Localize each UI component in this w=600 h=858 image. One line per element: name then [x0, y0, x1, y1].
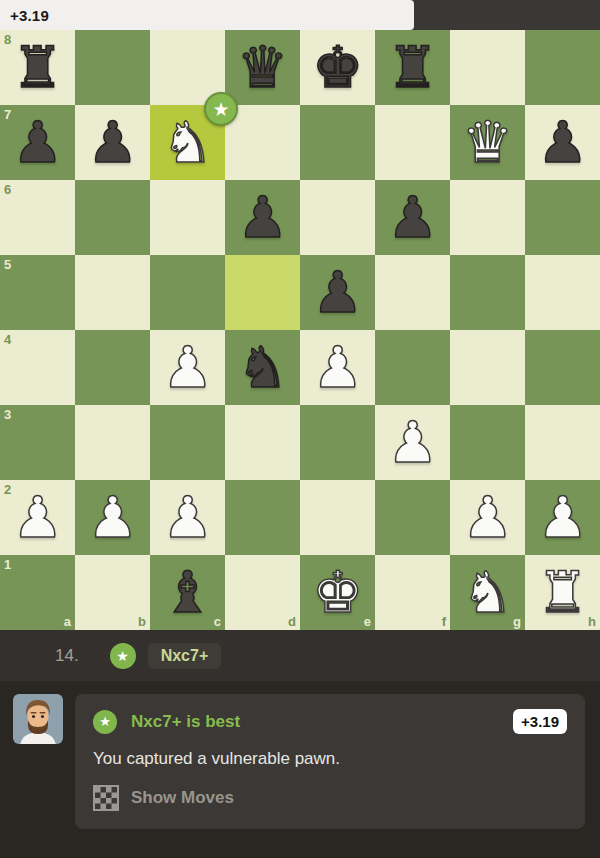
square-c4[interactable]: ♟ [150, 330, 225, 405]
analysis-comment-text: You captured a vulnerable pawn. [93, 749, 567, 769]
square-d1[interactable]: d [225, 555, 300, 630]
best-move-star-badge: ★ [204, 92, 238, 126]
evaluation-bar-white-fill: +3.19 [0, 0, 414, 30]
black-pawn-a7: ♟ [12, 105, 63, 180]
square-e7[interactable] [300, 105, 375, 180]
white-pawn-e4: ♟ [312, 330, 363, 405]
analysis-card-header: ★ Nxc7+ is best +3.19 [93, 709, 567, 734]
square-f3[interactable]: ♟ [375, 405, 450, 480]
white-king-e1: ♚ [312, 555, 363, 630]
user-avatar[interactable] [13, 694, 63, 744]
square-h3[interactable] [525, 405, 600, 480]
rank-label-5: 5 [4, 258, 11, 271]
evaluation-score: +3.19 [0, 7, 49, 24]
rank-label-7: 7 [4, 108, 11, 121]
square-f5[interactable] [375, 255, 450, 330]
black-pawn-e5: ♟ [312, 255, 363, 330]
square-d5[interactable] [225, 255, 300, 330]
best-move-star-icon: ★ [93, 710, 117, 734]
square-b5[interactable] [75, 255, 150, 330]
square-g3[interactable] [450, 405, 525, 480]
show-moves-button[interactable]: Show Moves [93, 785, 234, 811]
square-a4[interactable]: 4 [0, 330, 75, 405]
square-c6[interactable] [150, 180, 225, 255]
square-b6[interactable] [75, 180, 150, 255]
move-number: 14. [55, 646, 79, 666]
evaluation-bar: +3.19 [0, 0, 600, 30]
black-pawn-h7: ♟ [537, 105, 588, 180]
file-label-d: d [288, 615, 296, 628]
square-f1[interactable]: f [375, 555, 450, 630]
square-d6[interactable]: ♟ [225, 180, 300, 255]
black-pawn-f6: ♟ [387, 180, 438, 255]
square-a8[interactable]: 8♜ [0, 30, 75, 105]
square-d4[interactable]: ♞ [225, 330, 300, 405]
black-rook-a8: ♜ [12, 30, 63, 105]
black-knight-d4: ♞ [237, 330, 288, 405]
square-f8[interactable]: ♜ [375, 30, 450, 105]
file-label-b: b [138, 615, 146, 628]
square-c5[interactable] [150, 255, 225, 330]
white-pawn-h2: ♟ [537, 480, 588, 555]
white-pawn-a2: ♟ [12, 480, 63, 555]
analysis-title: Nxc7+ is best [131, 712, 240, 732]
square-g5[interactable] [450, 255, 525, 330]
black-pawn-d6: ♟ [237, 180, 288, 255]
rank-label-2: 2 [4, 483, 11, 496]
square-b7[interactable]: ♟ [75, 105, 150, 180]
square-g2[interactable]: ♟ [450, 480, 525, 555]
square-a1[interactable]: 1a [0, 555, 75, 630]
evaluation-badge: +3.19 [513, 709, 567, 734]
white-rook-h1: ♜ [537, 555, 588, 630]
square-h8[interactable] [525, 30, 600, 105]
file-label-f: f [442, 615, 446, 628]
square-a3[interactable]: 3 [0, 405, 75, 480]
rank-label-1: 1 [4, 558, 11, 571]
white-knight-g1: ♞ [462, 555, 513, 630]
square-a7[interactable]: 7♟ [0, 105, 75, 180]
square-f4[interactable] [375, 330, 450, 405]
square-c2[interactable]: ♟ [150, 480, 225, 555]
white-pawn-b2: ♟ [87, 480, 138, 555]
square-h7[interactable]: ♟ [525, 105, 600, 180]
square-g6[interactable] [450, 180, 525, 255]
white-pawn-c2: ♟ [162, 480, 213, 555]
square-e3[interactable] [300, 405, 375, 480]
square-a2[interactable]: 2♟ [0, 480, 75, 555]
square-h4[interactable] [525, 330, 600, 405]
square-e2[interactable] [300, 480, 375, 555]
analysis-card: ★ Nxc7+ is best +3.19 You captured a vul… [75, 694, 585, 829]
square-g7[interactable]: ♛ [450, 105, 525, 180]
white-pawn-c4: ♟ [162, 330, 213, 405]
star-icon: ★ [99, 715, 111, 728]
white-pawn-f3: ♟ [387, 405, 438, 480]
black-pawn-b7: ♟ [87, 105, 138, 180]
square-b4[interactable] [75, 330, 150, 405]
black-bishop-c1: ♝ [162, 555, 213, 630]
file-label-e: e [364, 615, 371, 628]
star-icon: ★ [212, 100, 229, 119]
analysis-comment-panel: ★ Nxc7+ is best +3.19 You captured a vul… [0, 681, 600, 858]
square-e8[interactable]: ♚ [300, 30, 375, 105]
square-b2[interactable]: ♟ [75, 480, 150, 555]
rank-label-8: 8 [4, 33, 11, 46]
square-e6[interactable] [300, 180, 375, 255]
file-label-c: c [214, 615, 221, 628]
move-bar: 14. ★ Nxc7+ [0, 630, 600, 681]
checkerboard-icon [93, 785, 119, 811]
square-h5[interactable] [525, 255, 600, 330]
square-g1[interactable]: g♞ [450, 555, 525, 630]
star-icon: ★ [116, 649, 129, 663]
move-chip[interactable]: Nxc7+ [148, 643, 222, 669]
rank-label-6: 6 [4, 183, 11, 196]
square-a5[interactable]: 5 [0, 255, 75, 330]
square-b1[interactable]: b [75, 555, 150, 630]
square-d2[interactable] [225, 480, 300, 555]
square-b8[interactable] [75, 30, 150, 105]
chess-board: 8♜♛♚♜7♟♟♞♛♟6♟♟5♟4♟♞♟3♟2♟♟♟♟♟1abc♝de♚fg♞h… [0, 30, 600, 630]
square-a6[interactable]: 6 [0, 180, 75, 255]
avatar-illustration [13, 694, 63, 744]
square-g4[interactable] [450, 330, 525, 405]
white-queen-g7: ♛ [462, 105, 513, 180]
square-c3[interactable] [150, 405, 225, 480]
show-moves-label: Show Moves [131, 788, 234, 808]
square-g8[interactable] [450, 30, 525, 105]
square-e4[interactable]: ♟ [300, 330, 375, 405]
square-d3[interactable] [225, 405, 300, 480]
rank-label-4: 4 [4, 333, 11, 346]
rank-label-3: 3 [4, 408, 11, 421]
black-king-e8: ♚ [312, 30, 363, 105]
black-queen-d8: ♛ [237, 30, 288, 105]
square-f2[interactable] [375, 480, 450, 555]
square-h1[interactable]: h♜ [525, 555, 600, 630]
square-f7[interactable] [375, 105, 450, 180]
white-pawn-g2: ♟ [462, 480, 513, 555]
file-label-a: a [64, 615, 71, 628]
square-e1[interactable]: e♚ [300, 555, 375, 630]
black-rook-f8: ♜ [387, 30, 438, 105]
best-move-star-icon: ★ [110, 643, 136, 669]
file-label-h: h [588, 615, 596, 628]
square-c1[interactable]: c♝ [150, 555, 225, 630]
square-d8[interactable]: ♛ [225, 30, 300, 105]
square-b3[interactable] [75, 405, 150, 480]
square-h2[interactable]: ♟ [525, 480, 600, 555]
file-label-g: g [513, 615, 521, 628]
square-f6[interactable]: ♟ [375, 180, 450, 255]
square-e5[interactable]: ♟ [300, 255, 375, 330]
square-h6[interactable] [525, 180, 600, 255]
